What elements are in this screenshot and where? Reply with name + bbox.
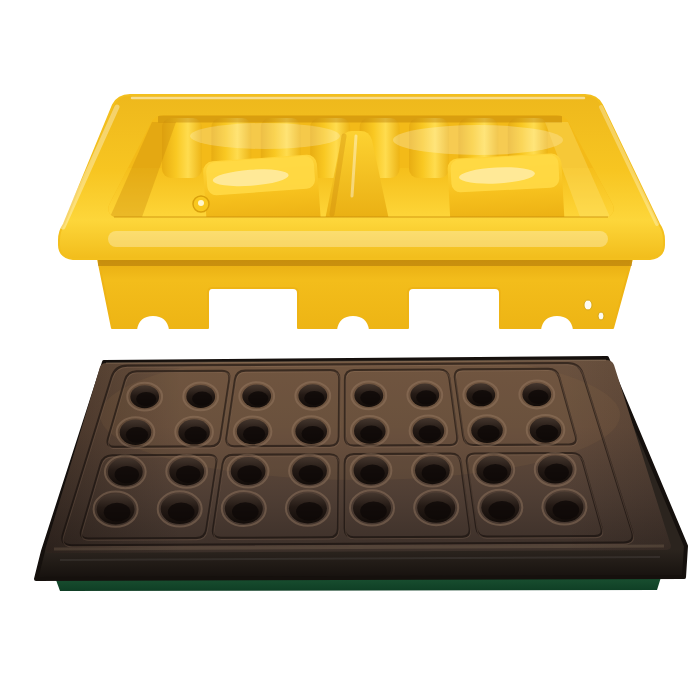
drain-hole-depth [126, 427, 148, 443]
drain-hole-depth [248, 391, 268, 405]
drain-hole-depth [553, 501, 580, 520]
spill-pallet-sump [59, 95, 664, 330]
drain-hole-depth [192, 392, 212, 406]
drain-hole-depth [302, 426, 324, 442]
side-bolt-hole [598, 312, 604, 320]
drain-hole-depth [168, 503, 195, 522]
drain-hole-depth [185, 427, 207, 443]
pallet-body-shadow [98, 259, 632, 266]
product-photo-canvas [0, 0, 700, 700]
drain-hole-depth [299, 465, 323, 482]
drain-boss-center [198, 200, 204, 206]
drain-hole-depth [477, 425, 499, 441]
drain-hole-depth [136, 392, 156, 406]
drain-hole-depth [472, 390, 492, 404]
drain-hole-depth [104, 503, 131, 522]
gloss-right [393, 125, 563, 155]
drain-hole-depth [536, 425, 558, 441]
drain-hole-depth [360, 426, 382, 442]
drain-hole-depth [360, 465, 384, 482]
drain-hole-depth [528, 390, 548, 404]
drain-hole-depth [243, 426, 265, 442]
drain-hole-depth [489, 501, 516, 520]
grate-cover [36, 350, 686, 591]
drain-hole-depth [176, 466, 200, 483]
rim-front-gloss [108, 231, 608, 247]
drain-hole-depth [422, 464, 446, 481]
drain-hole-depth [115, 466, 139, 483]
drain-hole-depth [232, 502, 259, 521]
drain-hole-depth [424, 501, 451, 520]
drain-hole-depth [419, 425, 441, 441]
drain-hole-depth [304, 391, 324, 405]
product-photo [0, 0, 700, 700]
drain-hole-depth [296, 502, 323, 521]
side-bolt-hole [584, 300, 592, 310]
drain-hole-depth [360, 502, 387, 521]
drain-hole-depth [237, 465, 261, 482]
drain-hole-depth [483, 464, 507, 481]
gloss-left [190, 123, 340, 149]
drain-hole-depth [360, 391, 380, 405]
drain-hole-depth [545, 464, 569, 481]
drain-hole-depth [416, 390, 436, 404]
